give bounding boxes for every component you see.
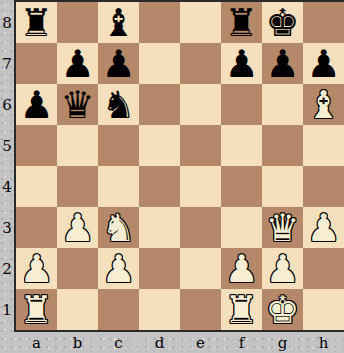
piece-black-rook: ♜: [221, 2, 262, 43]
square-a3[interactable]: [16, 207, 57, 248]
file-label-b: b: [57, 333, 98, 353]
piece-white-bishop: ♝: [303, 84, 344, 125]
piece-black-bishop: ♝: [98, 2, 139, 43]
square-g5[interactable]: [262, 125, 303, 166]
chess-board: ♜♝♜♚♟♟♟♟♟♟♛♞♝♟♞♛♟♟♟♟♟♜♜♚: [16, 2, 344, 330]
square-g4[interactable]: [262, 166, 303, 207]
square-e1[interactable]: [180, 289, 221, 330]
piece-white-pawn: ♟: [221, 248, 262, 289]
square-f8[interactable]: ♜: [221, 2, 262, 43]
piece-black-pawn: ♟: [303, 43, 344, 84]
square-e5[interactable]: [180, 125, 221, 166]
square-c1[interactable]: [98, 289, 139, 330]
square-b2[interactable]: [57, 248, 98, 289]
rank-label-6: 6: [0, 84, 14, 125]
file-label-a: a: [16, 333, 57, 353]
file-label-h: h: [303, 333, 344, 353]
square-c2[interactable]: ♟: [98, 248, 139, 289]
file-label-c: c: [98, 333, 139, 353]
square-a1[interactable]: ♜: [16, 289, 57, 330]
square-d1[interactable]: [139, 289, 180, 330]
square-e3[interactable]: [180, 207, 221, 248]
square-e8[interactable]: [180, 2, 221, 43]
rank-label-3: 3: [0, 207, 14, 248]
square-e7[interactable]: [180, 43, 221, 84]
square-d4[interactable]: [139, 166, 180, 207]
square-b5[interactable]: [57, 125, 98, 166]
rank-label-2: 2: [0, 248, 14, 289]
square-c6[interactable]: ♞: [98, 84, 139, 125]
square-e2[interactable]: [180, 248, 221, 289]
square-h5[interactable]: [303, 125, 344, 166]
square-f2[interactable]: ♟: [221, 248, 262, 289]
piece-white-pawn: ♟: [303, 207, 344, 248]
square-g2[interactable]: ♟: [262, 248, 303, 289]
square-d7[interactable]: [139, 43, 180, 84]
file-label-e: e: [180, 333, 221, 353]
piece-white-queen: ♛: [262, 207, 303, 248]
square-f1[interactable]: ♜: [221, 289, 262, 330]
rank-labels: 87654321: [0, 2, 14, 330]
square-b4[interactable]: [57, 166, 98, 207]
square-e6[interactable]: [180, 84, 221, 125]
rank-label-4: 4: [0, 166, 14, 207]
square-b8[interactable]: [57, 2, 98, 43]
rank-label-1: 1: [0, 289, 14, 330]
square-c4[interactable]: [98, 166, 139, 207]
square-h3[interactable]: ♟: [303, 207, 344, 248]
square-d5[interactable]: [139, 125, 180, 166]
piece-white-pawn: ♟: [16, 248, 57, 289]
piece-black-rook: ♜: [16, 2, 57, 43]
square-c7[interactable]: ♟: [98, 43, 139, 84]
piece-black-pawn: ♟: [98, 43, 139, 84]
square-f5[interactable]: [221, 125, 262, 166]
file-labels: abcdefgh: [16, 333, 344, 353]
square-d8[interactable]: [139, 2, 180, 43]
square-d3[interactable]: [139, 207, 180, 248]
square-b6[interactable]: ♛: [57, 84, 98, 125]
square-g8[interactable]: ♚: [262, 2, 303, 43]
file-label-d: d: [139, 333, 180, 353]
square-h4[interactable]: [303, 166, 344, 207]
chess-board-window: 87654321 ♜♝♜♚♟♟♟♟♟♟♛♞♝♟♞♛♟♟♟♟♟♜♜♚ abcdef…: [0, 0, 344, 353]
piece-black-pawn: ♟: [16, 84, 57, 125]
square-a2[interactable]: ♟: [16, 248, 57, 289]
piece-white-pawn: ♟: [262, 248, 303, 289]
square-g1[interactable]: ♚: [262, 289, 303, 330]
square-f7[interactable]: ♟: [221, 43, 262, 84]
square-f4[interactable]: [221, 166, 262, 207]
square-b1[interactable]: [57, 289, 98, 330]
file-label-g: g: [262, 333, 303, 353]
square-c5[interactable]: [98, 125, 139, 166]
square-g7[interactable]: ♟: [262, 43, 303, 84]
rank-label-5: 5: [0, 125, 14, 166]
rank-label-8: 8: [0, 2, 14, 43]
rank-label-7: 7: [0, 43, 14, 84]
piece-black-pawn: ♟: [57, 43, 98, 84]
square-h8[interactable]: [303, 2, 344, 43]
square-h2[interactable]: [303, 248, 344, 289]
square-a7[interactable]: [16, 43, 57, 84]
square-b3[interactable]: ♟: [57, 207, 98, 248]
piece-white-knight: ♞: [98, 207, 139, 248]
square-e4[interactable]: [180, 166, 221, 207]
square-a4[interactable]: [16, 166, 57, 207]
piece-white-pawn: ♟: [98, 248, 139, 289]
piece-white-king: ♚: [262, 289, 303, 330]
piece-black-king: ♚: [262, 2, 303, 43]
square-a8[interactable]: ♜: [16, 2, 57, 43]
square-h7[interactable]: ♟: [303, 43, 344, 84]
square-d6[interactable]: [139, 84, 180, 125]
square-a5[interactable]: [16, 125, 57, 166]
square-g3[interactable]: ♛: [262, 207, 303, 248]
square-b7[interactable]: ♟: [57, 43, 98, 84]
file-label-f: f: [221, 333, 262, 353]
piece-white-pawn: ♟: [57, 207, 98, 248]
square-h6[interactable]: ♝: [303, 84, 344, 125]
piece-black-knight: ♞: [98, 84, 139, 125]
square-h1[interactable]: [303, 289, 344, 330]
square-f3[interactable]: [221, 207, 262, 248]
piece-black-pawn: ♟: [262, 43, 303, 84]
piece-white-rook: ♜: [16, 289, 57, 330]
square-c8[interactable]: ♝: [98, 2, 139, 43]
square-d2[interactable]: [139, 248, 180, 289]
square-c3[interactable]: ♞: [98, 207, 139, 248]
square-f6[interactable]: [221, 84, 262, 125]
square-g6[interactable]: [262, 84, 303, 125]
piece-white-rook: ♜: [221, 289, 262, 330]
square-a6[interactable]: ♟: [16, 84, 57, 125]
piece-black-pawn: ♟: [221, 43, 262, 84]
piece-black-queen: ♛: [57, 84, 98, 125]
